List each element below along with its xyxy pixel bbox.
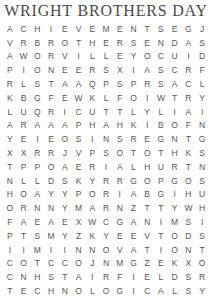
grid-cell-r10c3[interactable]: R (30, 146, 44, 160)
grid-cell-r20c1[interactable]: T (3, 284, 17, 298)
grid-cell-r13c10[interactable]: A (127, 188, 141, 202)
grid-cell-r18c11[interactable]: Z (140, 257, 154, 271)
grid-cell-r9c9[interactable]: S (113, 132, 127, 146)
grid-cell-r3c10[interactable]: Y (127, 50, 141, 64)
grid-cell-r5c8[interactable]: P (99, 77, 113, 91)
grid-cell-r11c8[interactable]: I (99, 160, 113, 174)
grid-cell-r1c3[interactable]: H (30, 22, 44, 36)
grid-cell-r12c14[interactable]: O (182, 174, 196, 188)
grid-cell-r18c15[interactable]: O (195, 257, 209, 271)
grid-cell-r11c6[interactable]: E (72, 160, 86, 174)
grid-cell-r14c12[interactable]: T (154, 201, 168, 215)
grid-cell-r5c13[interactable]: A (168, 77, 182, 91)
grid-cell-r10c2[interactable]: X (17, 146, 31, 160)
grid-cell-r4c9[interactable]: X (113, 63, 127, 77)
grid-cell-r8c8[interactable]: A (99, 119, 113, 133)
grid-cell-r8c10[interactable]: K (127, 119, 141, 133)
grid-cell-r14c10[interactable]: Z (127, 201, 141, 215)
grid-cell-r12c11[interactable]: O (140, 174, 154, 188)
grid-cell-r6c7[interactable]: K (85, 91, 99, 105)
grid-cell-r7c10[interactable]: L (127, 105, 141, 119)
grid-cell-r15c14[interactable]: S (182, 215, 196, 229)
grid-cell-r16c15[interactable]: S (195, 229, 209, 243)
grid-cell-r3c8[interactable]: L (99, 50, 113, 64)
grid-cell-r7c3[interactable]: Q (30, 105, 44, 119)
grid-cell-r17c12[interactable]: I (154, 243, 168, 257)
grid-cell-r5c9[interactable]: S (113, 77, 127, 91)
grid-cell-r17c8[interactable]: O (99, 243, 113, 257)
grid-cell-r5c3[interactable]: S (30, 77, 44, 91)
grid-cell-r10c1[interactable]: X (3, 146, 17, 160)
grid-cell-r18c2[interactable]: O (17, 257, 31, 271)
grid-cell-r10c7[interactable]: P (85, 146, 99, 160)
grid-cell-r19c1[interactable]: C (3, 270, 17, 284)
grid-cell-r18c14[interactable]: X (182, 257, 196, 271)
grid-cell-r17c15[interactable]: T (195, 243, 209, 257)
grid-cell-r7c4[interactable]: R (44, 105, 58, 119)
grid-cell-r4c1[interactable]: P (3, 63, 17, 77)
grid-cell-r6c13[interactable]: T (168, 91, 182, 105)
grid-cell-r1c14[interactable]: G (182, 22, 196, 36)
grid-cell-r3c12[interactable]: C (154, 50, 168, 64)
grid-cell-r20c9[interactable]: G (113, 284, 127, 298)
grid-cell-r11c14[interactable]: T (182, 160, 196, 174)
grid-cell-r18c13[interactable]: K (168, 257, 182, 271)
grid-cell-r17c14[interactable]: N (182, 243, 196, 257)
grid-cell-r9c11[interactable]: E (140, 132, 154, 146)
grid-cell-r6c15[interactable]: Y (195, 91, 209, 105)
grid-cell-r3c6[interactable]: I (72, 50, 86, 64)
grid-cell-r20c13[interactable]: L (168, 284, 182, 298)
grid-cell-r5c10[interactable]: P (127, 77, 141, 91)
grid-cell-r3c13[interactable]: U (168, 50, 182, 64)
grid-cell-r1c12[interactable]: S (154, 22, 168, 36)
grid-cell-r3c11[interactable]: O (140, 50, 154, 64)
grid-cell-r15c15[interactable]: I (195, 215, 209, 229)
grid-cell-r20c10[interactable]: I (127, 284, 141, 298)
grid-cell-r15c2[interactable]: A (17, 215, 31, 229)
grid-cell-r12c12[interactable]: P (154, 174, 168, 188)
grid-cell-r18c9[interactable]: M (113, 257, 127, 271)
grid-cell-r12c7[interactable]: Y (85, 174, 99, 188)
grid-cell-r14c7[interactable]: A (85, 201, 99, 215)
grid-cell-r12c4[interactable]: D (44, 174, 58, 188)
grid-cell-r10c6[interactable]: V (72, 146, 86, 160)
grid-cell-r20c3[interactable]: C (30, 284, 44, 298)
grid-cell-r11c3[interactable]: P (30, 160, 44, 174)
grid-cell-r11c11[interactable]: H (140, 160, 154, 174)
grid-cell-r16c9[interactable]: E (113, 229, 127, 243)
grid-cell-r15c6[interactable]: X (72, 215, 86, 229)
grid-cell-r8c2[interactable]: R (17, 119, 31, 133)
grid-cell-r12c1[interactable]: N (3, 174, 17, 188)
grid-cell-r10c13[interactable]: H (168, 146, 182, 160)
grid-cell-r14c5[interactable]: Y (58, 201, 72, 215)
grid-cell-r19c5[interactable]: T (58, 270, 72, 284)
grid-cell-r16c7[interactable]: K (85, 229, 99, 243)
grid-cell-r3c1[interactable]: A (3, 50, 17, 64)
grid-cell-r12c13[interactable]: G (168, 174, 182, 188)
grid-cell-r8c14[interactable]: F (182, 119, 196, 133)
grid-cell-r7c13[interactable]: I (168, 105, 182, 119)
grid-cell-r10c10[interactable]: T (127, 146, 141, 160)
grid-cell-r6c14[interactable]: R (182, 91, 196, 105)
grid-cell-r18c10[interactable]: G (127, 257, 141, 271)
grid-cell-r1c13[interactable]: E (168, 22, 182, 36)
grid-cell-r9c15[interactable]: G (195, 132, 209, 146)
grid-cell-r4c6[interactable]: E (72, 63, 86, 77)
grid-cell-r13c3[interactable]: A (30, 188, 44, 202)
grid-cell-r6c3[interactable]: G (30, 91, 44, 105)
grid-cell-r20c11[interactable]: C (140, 284, 154, 298)
grid-cell-r4c5[interactable]: E (58, 63, 72, 77)
grid-cell-r20c6[interactable]: O (72, 284, 86, 298)
grid-cell-r17c7[interactable]: N (85, 243, 99, 257)
grid-cell-r7c9[interactable]: T (113, 105, 127, 119)
grid-cell-r18c1[interactable]: C (3, 257, 17, 271)
grid-cell-r17c6[interactable]: N (72, 243, 86, 257)
grid-cell-r16c12[interactable]: T (154, 229, 168, 243)
grid-cell-r17c10[interactable]: A (127, 243, 141, 257)
grid-cell-r7c7[interactable]: U (85, 105, 99, 119)
grid-cell-r12c15[interactable]: S (195, 174, 209, 188)
grid-cell-r1c7[interactable]: E (85, 22, 99, 36)
grid-cell-r5c4[interactable]: T (44, 77, 58, 91)
grid-cell-r19c9[interactable]: F (113, 270, 127, 284)
grid-cell-r12c10[interactable]: G (127, 174, 141, 188)
grid-cell-r19c11[interactable]: E (140, 270, 154, 284)
grid-cell-r9c8[interactable]: N (99, 132, 113, 146)
grid-cell-r9c12[interactable]: G (154, 132, 168, 146)
grid-cell-r7c11[interactable]: Y (140, 105, 154, 119)
grid-cell-r9c2[interactable]: E (17, 132, 31, 146)
grid-cell-r10c15[interactable]: S (195, 146, 209, 160)
grid-cell-r7c12[interactable]: L (154, 105, 168, 119)
grid-cell-r13c4[interactable]: Y (44, 188, 58, 202)
grid-cell-r2c7[interactable]: H (85, 36, 99, 50)
grid-cell-r11c2[interactable]: P (17, 160, 31, 174)
grid-cell-r14c2[interactable]: R (17, 201, 31, 215)
grid-cell-r4c10[interactable]: I (127, 63, 141, 77)
grid-cell-r16c11[interactable]: V (140, 229, 154, 243)
grid-cell-r13c2[interactable]: O (17, 188, 31, 202)
grid-cell-r16c2[interactable]: T (17, 229, 31, 243)
grid-cell-r9c10[interactable]: R (127, 132, 141, 146)
grid-cell-r18c8[interactable]: N (99, 257, 113, 271)
grid-cell-r7c15[interactable]: I (195, 105, 209, 119)
grid-cell-r13c15[interactable]: U (195, 188, 209, 202)
grid-cell-r8c3[interactable]: A (30, 119, 44, 133)
grid-cell-r17c13[interactable]: O (168, 243, 182, 257)
grid-cell-r7c5[interactable]: I (58, 105, 72, 119)
grid-cell-r20c4[interactable]: H (44, 284, 58, 298)
grid-cell-r14c1[interactable]: O (3, 201, 17, 215)
grid-cell-r4c3[interactable]: O (30, 63, 44, 77)
grid-cell-r2c3[interactable]: B (30, 36, 44, 50)
grid-cell-r8c12[interactable]: B (154, 119, 168, 133)
grid-cell-r10c12[interactable]: T (154, 146, 168, 160)
grid-cell-r16c3[interactable]: S (30, 229, 44, 243)
grid-cell-r16c10[interactable]: E (127, 229, 141, 243)
grid-cell-r5c14[interactable]: C (182, 77, 196, 91)
grid-cell-r12c3[interactable]: L (30, 174, 44, 188)
grid-cell-r14c14[interactable]: W (182, 201, 196, 215)
grid-cell-r7c14[interactable]: A (182, 105, 196, 119)
grid-cell-r17c1[interactable]: I (3, 243, 17, 257)
grid-cell-r13c11[interactable]: B (140, 188, 154, 202)
grid-cell-r7c1[interactable]: L (3, 105, 17, 119)
grid-cell-r3c5[interactable]: V (58, 50, 72, 64)
grid-cell-r13c9[interactable]: I (113, 188, 127, 202)
grid-cell-r1c8[interactable]: M (99, 22, 113, 36)
grid-cell-r11c1[interactable]: T (3, 160, 17, 174)
grid-cell-r12c2[interactable]: L (17, 174, 31, 188)
grid-cell-r8c11[interactable]: I (140, 119, 154, 133)
grid-cell-r19c3[interactable]: H (30, 270, 44, 284)
grid-cell-r14c4[interactable]: N (44, 201, 58, 215)
grid-cell-r15c7[interactable]: W (85, 215, 99, 229)
grid-cell-r5c11[interactable]: R (140, 77, 154, 91)
grid-cell-r6c10[interactable]: O (127, 91, 141, 105)
grid-cell-r7c8[interactable]: T (99, 105, 113, 119)
grid-cell-r3c9[interactable]: E (113, 50, 127, 64)
grid-cell-r10c8[interactable]: S (99, 146, 113, 160)
grid-cell-r15c8[interactable]: C (99, 215, 113, 229)
grid-cell-r4c14[interactable]: R (182, 63, 196, 77)
grid-cell-r9c4[interactable]: E (44, 132, 58, 146)
grid-cell-r15c12[interactable]: I (154, 215, 168, 229)
grid-cell-r9c14[interactable]: T (182, 132, 196, 146)
grid-cell-r6c9[interactable]: F (113, 91, 127, 105)
grid-cell-r2c8[interactable]: E (99, 36, 113, 50)
grid-cell-r14c8[interactable]: R (99, 201, 113, 215)
grid-cell-r18c12[interactable]: E (154, 257, 168, 271)
grid-cell-r19c12[interactable]: L (154, 270, 168, 284)
grid-cell-r8c9[interactable]: H (113, 119, 127, 133)
grid-cell-r18c6[interactable]: O (72, 257, 86, 271)
grid-cell-r4c8[interactable]: S (99, 63, 113, 77)
grid-cell-r2c12[interactable]: N (154, 36, 168, 50)
grid-cell-r2c9[interactable]: R (113, 36, 127, 50)
grid-cell-r13c1[interactable]: H (3, 188, 17, 202)
grid-cell-r14c11[interactable]: T (140, 201, 154, 215)
grid-cell-r14c13[interactable]: Y (168, 201, 182, 215)
grid-cell-r20c2[interactable]: E (17, 284, 31, 298)
grid-cell-r18c4[interactable]: C (44, 257, 58, 271)
grid-cell-r1c1[interactable]: A (3, 22, 17, 36)
grid-cell-r4c7[interactable]: R (85, 63, 99, 77)
grid-cell-r3c3[interactable]: O (30, 50, 44, 64)
grid-cell-r13c5[interactable]: Y (58, 188, 72, 202)
grid-cell-r6c5[interactable]: E (58, 91, 72, 105)
grid-cell-r11c13[interactable]: R (168, 160, 182, 174)
grid-cell-r20c7[interactable]: L (85, 284, 99, 298)
grid-cell-r10c11[interactable]: O (140, 146, 154, 160)
grid-cell-r1c4[interactable]: I (44, 22, 58, 36)
grid-cell-r16c8[interactable]: Y (99, 229, 113, 243)
grid-cell-r5c15[interactable]: L (195, 77, 209, 91)
grid-cell-r10c5[interactable]: J (58, 146, 72, 160)
grid-cell-r11c5[interactable]: A (58, 160, 72, 174)
grid-cell-r12c9[interactable]: R (113, 174, 127, 188)
grid-cell-r1c6[interactable]: V (72, 22, 86, 36)
grid-cell-r8c7[interactable]: H (85, 119, 99, 133)
grid-cell-r11c4[interactable]: O (44, 160, 58, 174)
grid-cell-r14c15[interactable]: H (195, 201, 209, 215)
grid-cell-r11c7[interactable]: R (85, 160, 99, 174)
grid-cell-r16c14[interactable]: D (182, 229, 196, 243)
grid-cell-r2c4[interactable]: R (44, 36, 58, 50)
grid-cell-r9c6[interactable]: S (72, 132, 86, 146)
grid-cell-r2c13[interactable]: D (168, 36, 182, 50)
grid-cell-r5c12[interactable]: S (154, 77, 168, 91)
grid-cell-r2c5[interactable]: O (58, 36, 72, 50)
grid-cell-r2c1[interactable]: V (3, 36, 17, 50)
grid-cell-r2c11[interactable]: E (140, 36, 154, 50)
grid-cell-r20c5[interactable]: N (58, 284, 72, 298)
grid-cell-r8c5[interactable]: A (58, 119, 72, 133)
grid-cell-r20c8[interactable]: O (99, 284, 113, 298)
grid-cell-r10c14[interactable]: K (182, 146, 196, 160)
grid-cell-r15c9[interactable]: G (113, 215, 127, 229)
grid-cell-r9c13[interactable]: N (168, 132, 182, 146)
grid-cell-r13c12[interactable]: G (154, 188, 168, 202)
grid-cell-r6c12[interactable]: W (154, 91, 168, 105)
grid-cell-r9c7[interactable]: I (85, 132, 99, 146)
grid-cell-r13c6[interactable]: P (72, 188, 86, 202)
grid-cell-r17c11[interactable]: T (140, 243, 154, 257)
grid-cell-r15c11[interactable]: N (140, 215, 154, 229)
grid-cell-r3c15[interactable]: D (195, 50, 209, 64)
grid-cell-r5c7[interactable]: Q (85, 77, 99, 91)
grid-cell-r19c15[interactable]: R (195, 270, 209, 284)
grid-cell-r8c6[interactable]: P (72, 119, 86, 133)
grid-cell-r12c6[interactable]: K (72, 174, 86, 188)
grid-cell-r1c10[interactable]: N (127, 22, 141, 36)
grid-cell-r14c3[interactable]: N (30, 201, 44, 215)
grid-cell-r11c9[interactable]: A (113, 160, 127, 174)
grid-cell-r5c1[interactable]: R (3, 77, 17, 91)
grid-cell-r15c10[interactable]: A (127, 215, 141, 229)
grid-cell-r5c5[interactable]: A (58, 77, 72, 91)
grid-cell-r9c1[interactable]: Y (3, 132, 17, 146)
grid-cell-r16c13[interactable]: O (168, 229, 182, 243)
grid-cell-r2c2[interactable]: R (17, 36, 31, 50)
grid-cell-r1c15[interactable]: J (195, 22, 209, 36)
grid-cell-r4c11[interactable]: A (140, 63, 154, 77)
grid-cell-r3c4[interactable]: R (44, 50, 58, 64)
grid-cell-r6c2[interactable]: B (17, 91, 31, 105)
grid-cell-r4c12[interactable]: S (154, 63, 168, 77)
grid-cell-r8c15[interactable]: N (195, 119, 209, 133)
grid-cell-r4c15[interactable]: F (195, 63, 209, 77)
grid-cell-r9c3[interactable]: I (30, 132, 44, 146)
grid-cell-r19c13[interactable]: D (168, 270, 182, 284)
grid-cell-r13c13[interactable]: I (168, 188, 182, 202)
grid-cell-r10c4[interactable]: R (44, 146, 58, 160)
grid-cell-r10c9[interactable]: O (113, 146, 127, 160)
grid-cell-r19c6[interactable]: A (72, 270, 86, 284)
grid-cell-r18c5[interactable]: C (58, 257, 72, 271)
grid-cell-r5c2[interactable]: L (17, 77, 31, 91)
grid-cell-r6c6[interactable]: W (72, 91, 86, 105)
grid-cell-r4c13[interactable]: C (168, 63, 182, 77)
grid-cell-r16c5[interactable]: Y (58, 229, 72, 243)
grid-cell-r1c9[interactable]: E (113, 22, 127, 36)
grid-cell-r17c3[interactable]: M (30, 243, 44, 257)
grid-cell-r11c15[interactable]: N (195, 160, 209, 174)
grid-cell-r19c14[interactable]: S (182, 270, 196, 284)
grid-cell-r9c5[interactable]: O (58, 132, 72, 146)
grid-cell-r3c2[interactable]: W (17, 50, 31, 64)
grid-cell-r19c7[interactable]: I (85, 270, 99, 284)
grid-cell-r15c13[interactable]: M (168, 215, 182, 229)
grid-cell-r15c3[interactable]: E (30, 215, 44, 229)
grid-cell-r20c12[interactable]: A (154, 284, 168, 298)
grid-cell-r6c8[interactable]: L (99, 91, 113, 105)
grid-cell-r14c9[interactable]: N (113, 201, 127, 215)
grid-cell-r16c1[interactable]: P (3, 229, 17, 243)
grid-cell-r13c8[interactable]: R (99, 188, 113, 202)
grid-cell-r6c1[interactable]: K (3, 91, 17, 105)
grid-cell-r8c4[interactable]: A (44, 119, 58, 133)
grid-cell-r7c6[interactable]: C (72, 105, 86, 119)
grid-cell-r1c11[interactable]: T (140, 22, 154, 36)
grid-cell-r16c6[interactable]: Z (72, 229, 86, 243)
grid-cell-r14c6[interactable]: M (72, 201, 86, 215)
grid-cell-r2c15[interactable]: S (195, 36, 209, 50)
grid-cell-r11c10[interactable]: L (127, 160, 141, 174)
grid-cell-r7c2[interactable]: U (17, 105, 31, 119)
grid-cell-r12c5[interactable]: S (58, 174, 72, 188)
grid-cell-r5c6[interactable]: A (72, 77, 86, 91)
grid-cell-r11c12[interactable]: U (154, 160, 168, 174)
grid-cell-r13c7[interactable]: O (85, 188, 99, 202)
grid-cell-r15c1[interactable]: F (3, 215, 17, 229)
grid-cell-r6c4[interactable]: F (44, 91, 58, 105)
grid-cell-r4c4[interactable]: N (44, 63, 58, 77)
grid-cell-r1c2[interactable]: C (17, 22, 31, 36)
grid-cell-r15c5[interactable]: E (58, 215, 72, 229)
grid-cell-r8c13[interactable]: O (168, 119, 182, 133)
grid-cell-r17c2[interactable]: I (17, 243, 31, 257)
grid-cell-r20c14[interactable]: S (182, 284, 196, 298)
grid-cell-r19c10[interactable]: I (127, 270, 141, 284)
grid-cell-r16c4[interactable]: M (44, 229, 58, 243)
grid-cell-r19c4[interactable]: S (44, 270, 58, 284)
grid-cell-r2c10[interactable]: S (127, 36, 141, 50)
grid-cell-r3c14[interactable]: I (182, 50, 196, 64)
grid-cell-r17c4[interactable]: I (44, 243, 58, 257)
grid-cell-r20c15[interactable]: Y (195, 284, 209, 298)
grid-cell-r2c14[interactable]: A (182, 36, 196, 50)
grid-cell-r17c9[interactable]: V (113, 243, 127, 257)
grid-cell-r8c1[interactable]: A (3, 119, 17, 133)
grid-cell-r1c5[interactable]: E (58, 22, 72, 36)
grid-cell-r18c3[interactable]: T (30, 257, 44, 271)
grid-cell-r17c5[interactable]: I (58, 243, 72, 257)
grid-cell-r2c6[interactable]: T (72, 36, 86, 50)
grid-cell-r12c8[interactable]: R (99, 174, 113, 188)
grid-cell-r6c11[interactable]: I (140, 91, 154, 105)
grid-cell-r19c8[interactable]: R (99, 270, 113, 284)
grid-cell-r18c7[interactable]: J (85, 257, 99, 271)
grid-cell-r19c2[interactable]: N (17, 270, 31, 284)
grid-cell-r13c14[interactable]: H (182, 188, 196, 202)
grid-cell-r4c2[interactable]: I (17, 63, 31, 77)
grid-cell-r15c4[interactable]: A (44, 215, 58, 229)
grid-cell-r3c7[interactable]: L (85, 50, 99, 64)
